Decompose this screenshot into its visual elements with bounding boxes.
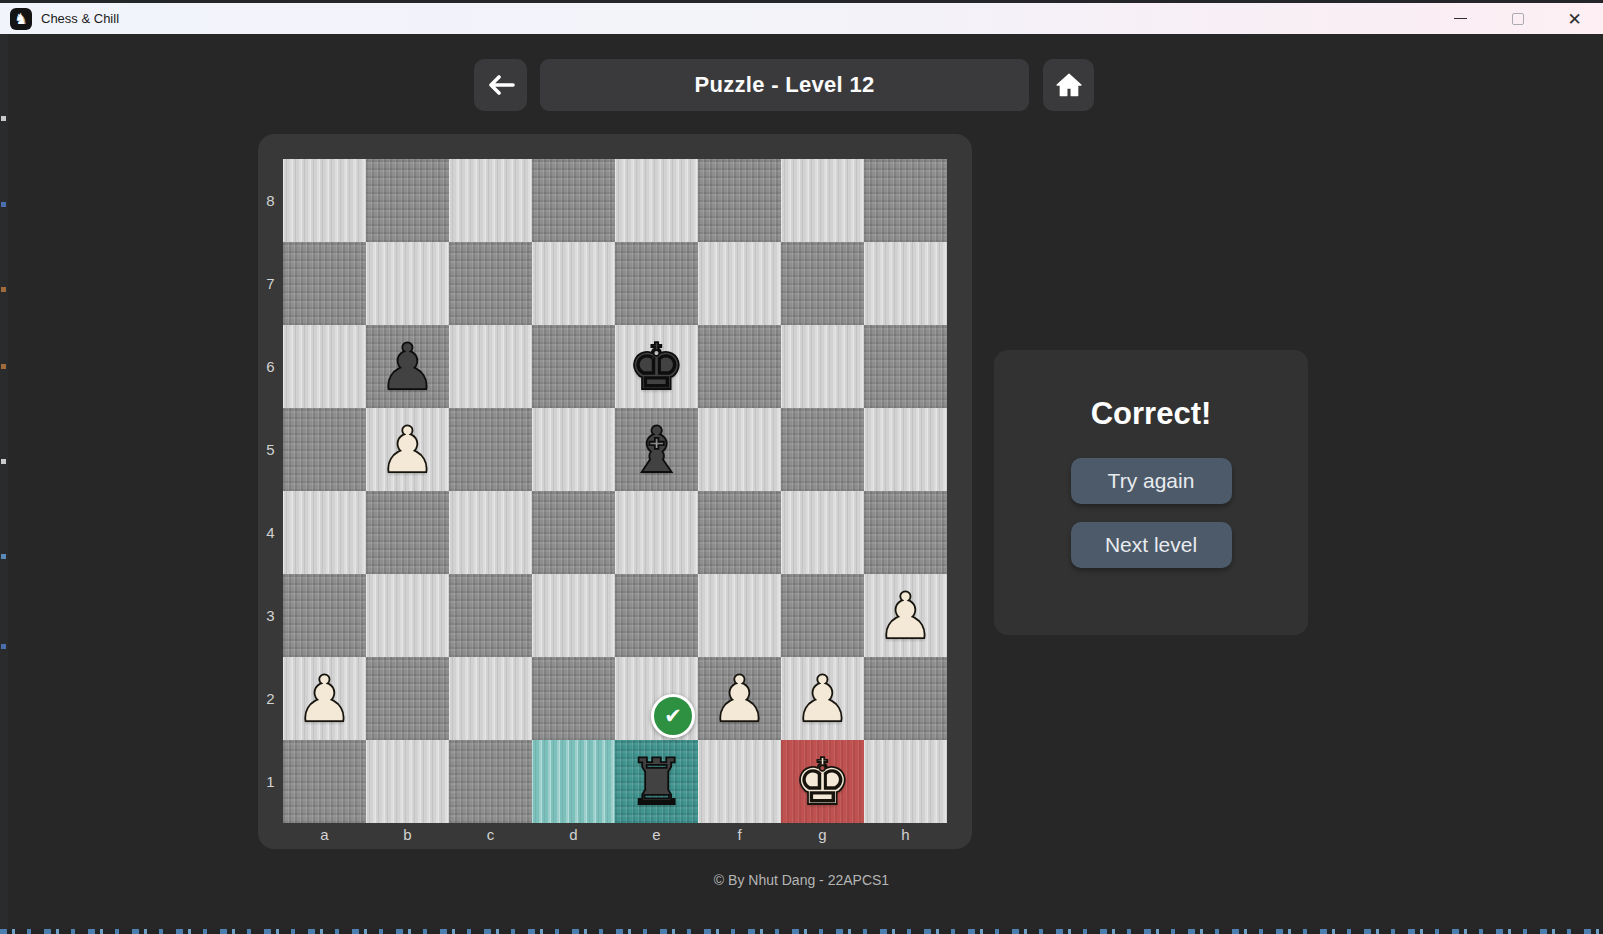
black-rook[interactable]: ♜ [628,750,685,814]
white-pawn[interactable]: ♟ [711,667,768,731]
square-d7[interactable] [532,242,615,325]
square-b5[interactable]: ♟ [366,408,449,491]
square-f1[interactable] [698,740,781,823]
square-c3[interactable] [449,574,532,657]
square-e5[interactable]: ♝ [615,408,698,491]
square-a1[interactable] [283,740,366,823]
square-a2[interactable]: ♟ [283,657,366,740]
next-level-button[interactable]: Next level [1071,522,1232,568]
close-icon: ✕ [1567,9,1581,29]
titlebar[interactable]: ♞ Chess & Chill ✕ [0,3,1603,34]
file-label-e: e [615,823,698,849]
square-f2[interactable]: ♟ [698,657,781,740]
rank-labels: 87654321 [258,159,283,823]
square-h5[interactable] [864,408,947,491]
square-g7[interactable] [781,242,864,325]
black-king[interactable]: ♚ [628,335,685,399]
square-f6[interactable] [698,325,781,408]
window-title: Chess & Chill [41,11,119,26]
square-h8[interactable] [864,159,947,242]
result-panel: Correct! Try again Next level [994,350,1308,635]
check-icon: ✔ [664,704,682,728]
square-b4[interactable] [366,491,449,574]
rank-label-8: 8 [258,159,283,242]
rank-label-7: 7 [258,242,283,325]
square-b8[interactable] [366,159,449,242]
black-pawn[interactable]: ♟ [379,335,436,399]
square-h2[interactable] [864,657,947,740]
square-h7[interactable] [864,242,947,325]
maximize-button[interactable] [1489,3,1546,34]
back-button[interactable] [474,59,527,111]
rank-label-5: 5 [258,408,283,491]
square-e1[interactable]: ♜ [615,740,698,823]
square-h6[interactable] [864,325,947,408]
white-pawn[interactable]: ♟ [296,667,353,731]
arrow-left-icon [486,73,516,97]
square-a5[interactable] [283,408,366,491]
board-card: 87654321 ♟♚♟♝♟♟♟♟♜♚ abcdefgh ✔ [258,134,972,849]
file-labels: abcdefgh [283,823,947,849]
minimize-button[interactable] [1432,3,1489,34]
square-g1[interactable]: ♚ [781,740,864,823]
square-g6[interactable] [781,325,864,408]
square-g5[interactable] [781,408,864,491]
square-c2[interactable] [449,657,532,740]
page-title: Puzzle - Level 12 [695,72,875,98]
board[interactable]: ♟♚♟♝♟♟♟♟♜♚ [283,159,947,823]
square-c8[interactable] [449,159,532,242]
square-a7[interactable] [283,242,366,325]
file-label-d: d [532,823,615,849]
square-c4[interactable] [449,491,532,574]
square-d8[interactable] [532,159,615,242]
square-g2[interactable]: ♟ [781,657,864,740]
white-pawn[interactable]: ♟ [877,584,934,648]
background-window-bottom [0,929,1603,934]
footer-credit: © By Nhut Dang - 22APCS1 [0,872,1603,888]
white-pawn[interactable]: ♟ [794,667,851,731]
square-g4[interactable] [781,491,864,574]
app-window: ♞ Chess & Chill ✕ Puzzle - Level [0,0,1603,934]
square-h3[interactable]: ♟ [864,574,947,657]
square-e6[interactable]: ♚ [615,325,698,408]
square-b7[interactable] [366,242,449,325]
square-c1[interactable] [449,740,532,823]
square-d3[interactable] [532,574,615,657]
square-h4[interactable] [864,491,947,574]
result-title: Correct! [1091,396,1212,432]
black-bishop[interactable]: ♝ [628,418,685,482]
square-d4[interactable] [532,491,615,574]
square-b1[interactable] [366,740,449,823]
square-b2[interactable] [366,657,449,740]
app-knight-icon: ♞ [10,8,32,30]
file-label-c: c [449,823,532,849]
white-king[interactable]: ♚ [794,750,851,814]
square-b6[interactable]: ♟ [366,325,449,408]
square-f3[interactable] [698,574,781,657]
square-f5[interactable] [698,408,781,491]
home-button[interactable] [1043,59,1094,111]
rank-label-4: 4 [258,491,283,574]
square-d5[interactable] [532,408,615,491]
square-b3[interactable] [366,574,449,657]
close-button[interactable]: ✕ [1546,3,1603,34]
file-label-g: g [781,823,864,849]
square-a3[interactable] [283,574,366,657]
file-label-b: b [366,823,449,849]
file-label-a: a [283,823,366,849]
file-label-h: h [864,823,947,849]
white-pawn[interactable]: ♟ [379,418,436,482]
home-icon [1055,71,1083,99]
file-label-f: f [698,823,781,849]
rank-label-6: 6 [258,325,283,408]
square-g3[interactable] [781,574,864,657]
square-g8[interactable] [781,159,864,242]
try-again-button[interactable]: Try again [1071,458,1232,504]
square-d1[interactable] [532,740,615,823]
square-d2[interactable] [532,657,615,740]
square-a4[interactable] [283,491,366,574]
square-f8[interactable] [698,159,781,242]
square-a8[interactable] [283,159,366,242]
maximize-icon [1512,13,1524,25]
square-d6[interactable] [532,325,615,408]
puzzle-title-pill: Puzzle - Level 12 [540,59,1029,111]
square-c6[interactable] [449,325,532,408]
rank-label-1: 1 [258,740,283,823]
minimize-icon [1454,18,1467,19]
square-e8[interactable] [615,159,698,242]
square-e3[interactable] [615,574,698,657]
square-a6[interactable] [283,325,366,408]
square-c5[interactable] [449,408,532,491]
background-window-edge [0,34,8,929]
square-c7[interactable] [449,242,532,325]
rank-label-2: 2 [258,657,283,740]
square-e4[interactable] [615,491,698,574]
square-h1[interactable] [864,740,947,823]
rank-label-3: 3 [258,574,283,657]
square-e7[interactable] [615,242,698,325]
square-f7[interactable] [698,242,781,325]
square-f4[interactable] [698,491,781,574]
correct-move-badge: ✔ [651,694,695,738]
